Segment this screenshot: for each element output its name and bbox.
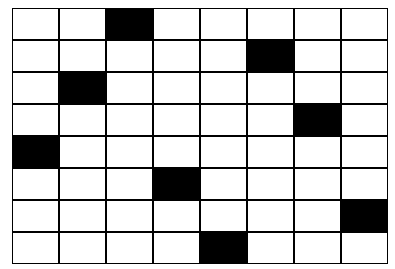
empty-cell xyxy=(342,105,387,135)
empty-cell xyxy=(248,233,293,263)
empty-cell xyxy=(295,9,340,39)
empty-cell xyxy=(342,169,387,199)
filled-cell xyxy=(295,105,340,135)
empty-cell xyxy=(248,169,293,199)
empty-cell xyxy=(201,9,246,39)
empty-cell xyxy=(201,105,246,135)
empty-cell xyxy=(295,137,340,167)
empty-cell xyxy=(13,41,58,71)
empty-cell xyxy=(248,137,293,167)
empty-cell xyxy=(13,169,58,199)
empty-cell xyxy=(201,73,246,103)
empty-cell xyxy=(154,137,199,167)
empty-cell xyxy=(248,9,293,39)
empty-cell xyxy=(248,105,293,135)
empty-cell xyxy=(295,233,340,263)
empty-cell xyxy=(154,9,199,39)
filled-cell xyxy=(201,233,246,263)
empty-cell xyxy=(13,9,58,39)
filled-cell xyxy=(13,137,58,167)
filled-cell xyxy=(154,169,199,199)
empty-cell xyxy=(13,73,58,103)
puzzle-grid xyxy=(12,8,388,264)
empty-cell xyxy=(154,41,199,71)
filled-cell xyxy=(60,73,105,103)
empty-cell xyxy=(342,233,387,263)
empty-cell xyxy=(248,201,293,231)
empty-cell xyxy=(295,41,340,71)
empty-cell xyxy=(107,169,152,199)
empty-cell xyxy=(248,73,293,103)
empty-cell xyxy=(201,137,246,167)
empty-cell xyxy=(295,169,340,199)
empty-cell xyxy=(342,9,387,39)
empty-cell xyxy=(201,41,246,71)
empty-cell xyxy=(107,73,152,103)
empty-cell xyxy=(342,73,387,103)
empty-cell xyxy=(60,201,105,231)
empty-cell xyxy=(295,73,340,103)
empty-cell xyxy=(154,105,199,135)
empty-cell xyxy=(60,9,105,39)
filled-cell xyxy=(248,41,293,71)
empty-cell xyxy=(295,201,340,231)
empty-cell xyxy=(13,201,58,231)
empty-cell xyxy=(342,137,387,167)
empty-cell xyxy=(201,201,246,231)
empty-cell xyxy=(201,169,246,199)
empty-cell xyxy=(154,233,199,263)
empty-cell xyxy=(107,137,152,167)
empty-cell xyxy=(60,137,105,167)
empty-cell xyxy=(60,169,105,199)
empty-cell xyxy=(60,233,105,263)
filled-cell xyxy=(107,9,152,39)
empty-cell xyxy=(107,233,152,263)
filled-cell xyxy=(342,201,387,231)
empty-cell xyxy=(60,41,105,71)
empty-cell xyxy=(13,233,58,263)
empty-cell xyxy=(13,105,58,135)
empty-cell xyxy=(60,105,105,135)
empty-cell xyxy=(154,73,199,103)
empty-cell xyxy=(107,41,152,71)
page xyxy=(0,0,395,269)
empty-cell xyxy=(107,201,152,231)
empty-cell xyxy=(107,105,152,135)
empty-cell xyxy=(154,201,199,231)
empty-cell xyxy=(342,41,387,71)
